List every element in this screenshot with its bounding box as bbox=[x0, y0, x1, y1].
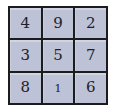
cell-r0c0: 4 bbox=[10, 8, 41, 38]
cell-r0c2: 2 bbox=[75, 8, 106, 38]
cell-r2c2: 6 bbox=[75, 73, 106, 103]
cell-r2c1: 1 bbox=[43, 73, 74, 103]
cell-r2c0: 8 bbox=[10, 73, 41, 103]
magic-square-board: 4 9 2 3 5 7 8 1 6 bbox=[8, 6, 108, 105]
cell-r0c1: 9 bbox=[43, 8, 74, 38]
magic-square-diagram: 4 9 2 3 5 7 8 1 6 bbox=[0, 0, 115, 112]
cell-r1c0: 3 bbox=[10, 40, 41, 70]
cell-r1c2: 7 bbox=[75, 40, 106, 70]
cell-r1c1: 5 bbox=[43, 40, 74, 70]
